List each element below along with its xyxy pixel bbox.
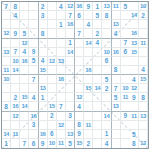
cell-r7c13[interactable] bbox=[112, 57, 121, 66]
cell-r7c9[interactable] bbox=[75, 57, 84, 66]
cell-r13c14[interactable]: 9 bbox=[121, 112, 130, 121]
cell-r10c12[interactable]: 2 bbox=[102, 84, 111, 93]
cell-r11c4[interactable]: 4 bbox=[29, 93, 38, 102]
cell-r1c13[interactable]: 11 bbox=[112, 2, 121, 11]
cell-r4c1[interactable]: 12 bbox=[2, 29, 11, 38]
cell-r8c6[interactable] bbox=[48, 66, 57, 75]
cell-r14c13[interactable] bbox=[112, 121, 121, 130]
cell-r4c5[interactable]: 8 bbox=[39, 29, 48, 38]
cell-r8c14[interactable] bbox=[121, 66, 130, 75]
cell-r9c16[interactable]: 15 bbox=[139, 75, 148, 84]
cell-r11c9[interactable]: 12 bbox=[75, 93, 84, 102]
cell-r4c16[interactable] bbox=[139, 29, 148, 38]
cell-r12c16[interactable] bbox=[139, 102, 148, 111]
cell-r1c2[interactable]: 8 bbox=[11, 2, 20, 11]
cell-r3c11[interactable] bbox=[93, 20, 102, 29]
cell-r5c2[interactable] bbox=[11, 39, 20, 48]
cell-r3c7[interactable]: 1 bbox=[57, 20, 66, 29]
cell-r2c13[interactable] bbox=[112, 11, 121, 20]
cell-r16c10[interactable]: 2 bbox=[84, 139, 93, 148]
cell-r14c2[interactable] bbox=[11, 121, 20, 130]
cell-r3c15[interactable] bbox=[130, 20, 139, 29]
cell-r2c4[interactable] bbox=[29, 11, 38, 20]
cell-r10c2[interactable] bbox=[11, 84, 20, 93]
cell-r3c10[interactable]: 4 bbox=[84, 20, 93, 29]
cell-r5c4[interactable] bbox=[29, 39, 38, 48]
cell-r3c13[interactable]: 13 bbox=[112, 20, 121, 29]
cell-r9c2[interactable] bbox=[11, 75, 20, 84]
cell-r14c8[interactable] bbox=[66, 121, 75, 130]
cell-r8c2[interactable]: 14 bbox=[11, 66, 20, 75]
cell-r9c1[interactable]: 10 bbox=[2, 75, 11, 84]
cell-r16c5[interactable]: 9 bbox=[39, 139, 48, 148]
cell-r3c6[interactable] bbox=[48, 20, 57, 29]
cell-r15c9[interactable]: 9 bbox=[75, 130, 84, 139]
cell-r13c4[interactable]: 16 bbox=[29, 112, 38, 121]
cell-r2c12[interactable]: 8 bbox=[102, 11, 111, 20]
cell-r16c9[interactable]: 15 bbox=[75, 139, 84, 148]
cell-r13c2[interactable]: 12 bbox=[11, 112, 20, 121]
cell-r4c4[interactable] bbox=[29, 29, 38, 38]
cell-r1c12[interactable]: 13 bbox=[102, 2, 111, 11]
cell-r9c11[interactable] bbox=[93, 75, 102, 84]
cell-r2c11[interactable]: 5 bbox=[93, 11, 102, 20]
cell-r11c5[interactable]: 1 bbox=[39, 93, 48, 102]
cell-r16c4[interactable]: 6 bbox=[29, 139, 38, 148]
cell-r12c13[interactable]: 13 bbox=[112, 102, 121, 111]
cell-r12c14[interactable] bbox=[121, 102, 130, 111]
cell-r12c3[interactable]: 14 bbox=[20, 102, 29, 111]
cell-r13c3[interactable] bbox=[20, 112, 29, 121]
cell-r13c7[interactable] bbox=[57, 112, 66, 121]
cell-r1c6[interactable] bbox=[48, 2, 57, 11]
cell-r16c2[interactable] bbox=[11, 139, 20, 148]
cell-r9c9[interactable] bbox=[75, 75, 84, 84]
cell-r7c8[interactable] bbox=[66, 57, 75, 66]
cell-r3c1[interactable] bbox=[2, 20, 11, 29]
cell-r15c4[interactable] bbox=[29, 130, 38, 139]
cell-r1c8[interactable]: 12 bbox=[66, 2, 75, 11]
cell-r1c15[interactable] bbox=[130, 2, 139, 11]
cell-r6c11[interactable] bbox=[93, 48, 102, 57]
cell-r9c10[interactable] bbox=[84, 75, 93, 84]
cell-r8c3[interactable] bbox=[20, 66, 29, 75]
cell-r4c2[interactable]: 9 bbox=[11, 29, 20, 38]
cell-r5c8[interactable]: 1 bbox=[66, 39, 75, 48]
cell-r2c10[interactable] bbox=[84, 11, 93, 20]
cell-r12c9[interactable]: 4 bbox=[75, 102, 84, 111]
cell-r5c9[interactable] bbox=[75, 39, 84, 48]
cell-r6c1[interactable]: 13 bbox=[2, 48, 11, 57]
cell-r4c11[interactable]: 2 bbox=[93, 29, 102, 38]
cell-r13c5[interactable] bbox=[39, 112, 48, 121]
cell-r4c12[interactable] bbox=[102, 29, 111, 38]
cell-r14c4[interactable]: 3 bbox=[29, 121, 38, 130]
cell-r11c12[interactable] bbox=[102, 93, 111, 102]
cell-r7c11[interactable] bbox=[93, 57, 102, 66]
cell-r9c7[interactable]: 16 bbox=[57, 75, 66, 84]
cell-r16c12[interactable]: 4 bbox=[102, 139, 111, 148]
cell-r13c11[interactable] bbox=[93, 112, 102, 121]
cell-r16c15[interactable]: 8 bbox=[130, 139, 139, 148]
cell-r7c2[interactable]: 10 bbox=[11, 57, 20, 66]
cell-r15c13[interactable] bbox=[112, 130, 121, 139]
cell-r11c15[interactable]: 9 bbox=[130, 93, 139, 102]
cell-r11c11[interactable] bbox=[93, 93, 102, 102]
cell-r8c13[interactable]: 8 bbox=[112, 66, 121, 75]
cell-r3c14[interactable] bbox=[121, 20, 130, 29]
cell-r14c1[interactable] bbox=[2, 121, 11, 130]
cell-r8c16[interactable]: 4 bbox=[139, 66, 148, 75]
cell-r4c3[interactable]: 5 bbox=[20, 29, 29, 38]
cell-r5c1[interactable] bbox=[2, 39, 11, 48]
cell-r8c4[interactable] bbox=[29, 66, 38, 75]
cell-r11c16[interactable]: 8 bbox=[139, 93, 148, 102]
cell-r4c14[interactable] bbox=[121, 29, 130, 38]
cell-r6c4[interactable]: 9 bbox=[29, 48, 38, 57]
cell-r15c1[interactable]: 14 bbox=[2, 130, 11, 139]
cell-r9c6[interactable] bbox=[48, 75, 57, 84]
cell-r10c10[interactable]: 15 bbox=[84, 84, 93, 93]
cell-r11c13[interactable]: 5 bbox=[112, 93, 121, 102]
cell-r14c14[interactable] bbox=[121, 121, 130, 130]
cell-r8c11[interactable] bbox=[93, 66, 102, 75]
cell-r10c7[interactable] bbox=[57, 84, 66, 93]
cell-r11c10[interactable] bbox=[84, 93, 93, 102]
cell-r6c9[interactable] bbox=[75, 48, 84, 57]
cell-r5c6[interactable] bbox=[48, 39, 57, 48]
cell-r6c12[interactable]: 10 bbox=[102, 48, 111, 57]
cell-r6c3[interactable]: 4 bbox=[20, 48, 29, 57]
cell-r5c11[interactable]: 4 bbox=[93, 39, 102, 48]
cell-r8c12[interactable] bbox=[102, 66, 111, 75]
cell-r12c12[interactable] bbox=[102, 102, 111, 111]
cell-r4c8[interactable] bbox=[66, 29, 75, 38]
cell-r15c10[interactable] bbox=[84, 130, 93, 139]
cell-r16c6[interactable]: 10 bbox=[48, 139, 57, 148]
cell-r6c15[interactable]: 15 bbox=[130, 48, 139, 57]
cell-r12c10[interactable] bbox=[84, 102, 93, 111]
cell-r7c4[interactable]: 5 bbox=[29, 57, 38, 66]
cell-r10c5[interactable]: 13 bbox=[39, 84, 48, 93]
cell-r2c1[interactable] bbox=[2, 11, 11, 20]
cell-r10c16[interactable] bbox=[139, 84, 148, 93]
cell-r6c14[interactable]: 6 bbox=[121, 48, 130, 57]
cell-r9c12[interactable]: 5 bbox=[102, 75, 111, 84]
cell-r5c12[interactable] bbox=[102, 39, 111, 48]
cell-r3c16[interactable] bbox=[139, 20, 148, 29]
cell-r2c3[interactable] bbox=[20, 11, 29, 20]
cell-r3c12[interactable] bbox=[102, 20, 111, 29]
cell-r16c13[interactable] bbox=[112, 139, 121, 148]
cell-r16c11[interactable] bbox=[93, 139, 102, 148]
cell-r11c8[interactable] bbox=[66, 93, 75, 102]
cell-r15c15[interactable]: 5 bbox=[130, 130, 139, 139]
cell-r11c2[interactable]: 2 bbox=[11, 93, 20, 102]
cell-r5c5[interactable] bbox=[39, 39, 48, 48]
cell-r1c1[interactable]: 7 bbox=[2, 2, 11, 11]
cell-r8c8[interactable] bbox=[66, 66, 75, 75]
cell-r10c3[interactable] bbox=[20, 84, 29, 93]
cell-r1c14[interactable]: 5 bbox=[121, 2, 130, 11]
cell-r11c3[interactable]: 15 bbox=[20, 93, 29, 102]
cell-r14c10[interactable]: 11 bbox=[84, 121, 93, 130]
cell-r12c4[interactable] bbox=[29, 102, 38, 111]
cell-r1c11[interactable]: 1 bbox=[93, 2, 102, 11]
cell-r1c16[interactable]: 10 bbox=[139, 2, 148, 11]
cell-r13c9[interactable] bbox=[75, 112, 84, 121]
cell-r11c7[interactable] bbox=[57, 93, 66, 102]
cell-r6c2[interactable]: 7 bbox=[11, 48, 20, 57]
cell-r10c9[interactable] bbox=[75, 84, 84, 93]
cell-r10c13[interactable]: 7 bbox=[112, 84, 121, 93]
cell-r3c3[interactable] bbox=[20, 20, 29, 29]
cell-r15c14[interactable] bbox=[121, 130, 130, 139]
cell-r8c1[interactable]: 11 bbox=[2, 66, 11, 75]
cell-r12c6[interactable]: 15 bbox=[48, 102, 57, 111]
cell-r5c15[interactable]: 13 bbox=[130, 39, 139, 48]
cell-r8c10[interactable]: 16 bbox=[84, 66, 93, 75]
cell-r13c6[interactable]: 2 bbox=[48, 112, 57, 121]
cell-r7c7[interactable]: 13 bbox=[57, 57, 66, 66]
cell-r7c15[interactable] bbox=[130, 57, 139, 66]
cell-r14c7[interactable]: 12 bbox=[57, 121, 66, 130]
cell-r6c6[interactable] bbox=[48, 48, 57, 57]
cell-r6c13[interactable]: 16 bbox=[112, 48, 121, 57]
cell-r7c1[interactable] bbox=[2, 57, 11, 66]
cell-r9c5[interactable] bbox=[39, 75, 48, 84]
cell-r1c7[interactable]: 4 bbox=[57, 2, 66, 11]
cell-r14c12[interactable] bbox=[102, 121, 111, 130]
cell-r15c7[interactable] bbox=[57, 130, 66, 139]
cell-r3c2[interactable] bbox=[11, 20, 20, 29]
cell-r5c3[interactable]: 12 bbox=[20, 39, 29, 48]
cell-r2c14[interactable] bbox=[121, 11, 130, 20]
cell-r2c8[interactable]: 7 bbox=[66, 11, 75, 20]
cell-r6c8[interactable]: 14 bbox=[66, 48, 75, 57]
cell-r2c15[interactable]: 14 bbox=[130, 11, 139, 20]
cell-r13c16[interactable]: 13 bbox=[139, 112, 148, 121]
cell-r10c1[interactable] bbox=[2, 84, 11, 93]
cell-r10c11[interactable]: 14 bbox=[93, 84, 102, 93]
cell-r5c16[interactable]: 11 bbox=[139, 39, 148, 48]
cell-r2c5[interactable]: 3 bbox=[39, 11, 48, 20]
cell-r12c2[interactable]: 16 bbox=[11, 102, 20, 111]
cell-r11c14[interactable]: 11 bbox=[121, 93, 130, 102]
cell-r13c15[interactable]: 11 bbox=[130, 112, 139, 121]
cell-r2c2[interactable]: 4 bbox=[11, 11, 20, 20]
cell-r14c15[interactable] bbox=[130, 121, 139, 130]
cell-r12c1[interactable]: 8 bbox=[2, 102, 11, 111]
cell-r15c5[interactable]: 16 bbox=[39, 130, 48, 139]
cell-r8c9[interactable] bbox=[75, 66, 84, 75]
cell-r7c10[interactable] bbox=[84, 57, 93, 66]
cell-r15c6[interactable]: 6 bbox=[48, 130, 57, 139]
cell-r4c7[interactable] bbox=[57, 29, 66, 38]
cell-r12c8[interactable] bbox=[66, 102, 75, 111]
cell-r14c11[interactable] bbox=[93, 121, 102, 130]
cell-r9c15[interactable]: 4 bbox=[130, 75, 139, 84]
cell-r6c5[interactable] bbox=[39, 48, 48, 57]
cell-r7c3[interactable]: 16 bbox=[20, 57, 29, 66]
cell-r15c12[interactable]: 1 bbox=[102, 130, 111, 139]
cell-r14c6[interactable] bbox=[48, 121, 57, 130]
cell-r5c7[interactable] bbox=[57, 39, 66, 48]
cell-r11c1[interactable] bbox=[2, 93, 11, 102]
cell-r14c9[interactable]: 8 bbox=[75, 121, 84, 130]
cell-r12c15[interactable] bbox=[130, 102, 139, 111]
cell-r1c5[interactable]: 2 bbox=[39, 2, 48, 11]
cell-r1c9[interactable]: 16 bbox=[75, 2, 84, 11]
cell-r10c15[interactable]: 12 bbox=[130, 84, 139, 93]
cell-r16c3[interactable]: 7 bbox=[20, 139, 29, 148]
cell-r9c8[interactable] bbox=[66, 75, 75, 84]
cell-r15c11[interactable] bbox=[93, 130, 102, 139]
cell-r4c15[interactable]: 16 bbox=[130, 29, 139, 38]
cell-r1c4[interactable] bbox=[29, 2, 38, 11]
cell-r7c14[interactable] bbox=[121, 57, 130, 66]
cell-r4c13[interactable]: 4 bbox=[112, 29, 121, 38]
cell-r2c7[interactable] bbox=[57, 11, 66, 20]
cell-r12c5[interactable] bbox=[39, 102, 48, 111]
cell-r16c1[interactable]: 1 bbox=[2, 139, 11, 148]
cell-r7c5[interactable]: 4 bbox=[39, 57, 48, 66]
cell-r6c10[interactable] bbox=[84, 48, 93, 57]
cell-r1c10[interactable]: 9 bbox=[84, 2, 93, 11]
cell-r8c15[interactable] bbox=[130, 66, 139, 75]
cell-r2c16[interactable]: 2 bbox=[139, 11, 148, 20]
cell-r7c16[interactable] bbox=[139, 57, 148, 66]
cell-r7c6[interactable]: 12 bbox=[48, 57, 57, 66]
cell-r14c5[interactable] bbox=[39, 121, 48, 130]
cell-r13c13[interactable] bbox=[112, 112, 121, 121]
cell-r3c8[interactable]: 16 bbox=[66, 20, 75, 29]
cell-r8c7[interactable] bbox=[57, 66, 66, 75]
cell-r15c2[interactable]: 11 bbox=[11, 130, 20, 139]
cell-r16c8[interactable]: 5 bbox=[66, 139, 75, 148]
cell-r10c8[interactable] bbox=[66, 84, 75, 93]
cell-r12c11[interactable] bbox=[93, 102, 102, 111]
cell-r13c10[interactable] bbox=[84, 112, 93, 121]
cell-r2c6[interactable] bbox=[48, 11, 57, 20]
cell-r16c7[interactable]: 11 bbox=[57, 139, 66, 148]
cell-r3c5[interactable] bbox=[39, 20, 48, 29]
cell-r3c9[interactable] bbox=[75, 20, 84, 29]
cell-r6c7[interactable] bbox=[57, 48, 66, 57]
cell-r9c4[interactable]: 7 bbox=[29, 75, 38, 84]
cell-r10c6[interactable] bbox=[48, 84, 57, 93]
cell-r5c13[interactable] bbox=[112, 39, 121, 48]
cell-r9c13[interactable] bbox=[112, 75, 121, 84]
cell-r13c12[interactable]: 14 bbox=[102, 112, 111, 121]
cell-r13c1[interactable] bbox=[2, 112, 11, 121]
cell-r10c4[interactable] bbox=[29, 84, 38, 93]
cell-r13c8[interactable]: 3 bbox=[66, 112, 75, 121]
cell-r2c9[interactable]: 6 bbox=[75, 11, 84, 20]
cell-r4c6[interactable] bbox=[48, 29, 57, 38]
cell-r3c4[interactable] bbox=[29, 20, 38, 29]
cell-r6c16[interactable] bbox=[139, 48, 148, 57]
cell-r1c3[interactable] bbox=[20, 2, 29, 11]
cell-r4c9[interactable]: 7 bbox=[75, 29, 84, 38]
cell-r9c3[interactable] bbox=[20, 75, 29, 84]
cell-r7c12[interactable]: 6 bbox=[102, 57, 111, 66]
cell-r5c14[interactable]: 7 bbox=[121, 39, 130, 48]
cell-r8c5[interactable]: 15 bbox=[39, 66, 48, 75]
cell-r11c6[interactable] bbox=[48, 93, 57, 102]
cell-r14c3[interactable] bbox=[20, 121, 29, 130]
cell-r16c14[interactable] bbox=[121, 139, 130, 148]
cell-r4c10[interactable] bbox=[84, 29, 93, 38]
sudoku-board: 7824121691131151043765814211641312958724… bbox=[1, 1, 149, 149]
cell-r12c7[interactable]: 7 bbox=[57, 102, 66, 111]
cell-r10c14[interactable]: 10 bbox=[121, 84, 130, 93]
cell-r14c16[interactable] bbox=[139, 121, 148, 130]
cell-r9c14[interactable] bbox=[121, 75, 130, 84]
cell-r5c10[interactable]: 14 bbox=[84, 39, 93, 48]
cell-r16c16[interactable]: 12 bbox=[139, 139, 148, 148]
cell-r15c16[interactable] bbox=[139, 130, 148, 139]
cell-r15c8[interactable]: 13 bbox=[66, 130, 75, 139]
cell-r15c3[interactable] bbox=[20, 130, 29, 139]
